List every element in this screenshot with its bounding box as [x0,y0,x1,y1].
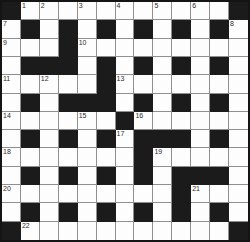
letter-cell[interactable] [153,222,172,240]
block-cell [134,167,153,185]
block-cell [191,167,210,185]
clue-number: 11 [3,75,10,83]
letter-cell[interactable] [153,185,172,203]
letter-cell[interactable] [210,148,229,166]
letter-cell[interactable] [229,148,248,166]
block-cell [134,20,153,38]
letter-cell[interactable] [21,185,40,203]
letter-cell[interactable] [116,20,135,38]
letter-cell[interactable] [21,75,40,93]
letter-cell[interactable]: 10 [78,39,97,57]
letter-cell[interactable] [40,94,59,112]
letter-cell[interactable] [172,112,191,130]
letter-cell[interactable]: 6 [191,2,210,20]
block-cell [172,20,191,38]
letter-cell[interactable]: 1 [21,2,40,20]
clue-number: 12 [41,75,49,83]
block-cell [2,222,21,240]
clue-number: 7 [3,20,7,28]
clue-number: 15 [79,112,87,120]
block-cell [210,203,229,221]
letter-cell[interactable]: 22 [21,222,40,240]
block-cell [21,167,40,185]
letter-cell[interactable] [2,94,21,112]
letter-cell[interactable] [78,222,97,240]
letter-cell[interactable]: 14 [2,112,21,130]
block-cell [97,167,116,185]
letter-cell[interactable] [153,203,172,221]
letter-cell[interactable] [153,94,172,112]
clue-number: 17 [117,130,125,138]
block-cell [229,2,248,20]
letter-cell[interactable] [40,203,59,221]
letter-cell[interactable] [97,148,116,166]
letter-cell[interactable] [134,222,153,240]
letter-cell[interactable] [40,222,59,240]
letter-cell[interactable] [191,148,210,166]
letter-cell[interactable] [134,2,153,20]
clue-number: 1 [22,2,26,10]
letter-cell[interactable] [229,57,248,75]
clue-number: 14 [3,112,11,120]
letter-cell[interactable]: 16 [134,112,153,130]
letter-cell[interactable]: 7 [2,20,21,38]
letter-cell[interactable] [191,39,210,57]
letter-cell[interactable] [229,39,248,57]
block-cell [97,20,116,38]
letter-cell[interactable] [116,94,135,112]
block-cell [172,167,191,185]
letter-cell[interactable] [153,39,172,57]
letter-cell[interactable] [229,94,248,112]
letter-cell[interactable] [229,185,248,203]
letter-cell[interactable] [134,75,153,93]
letter-cell[interactable] [229,203,248,221]
block-cell [2,2,21,20]
block-cell [210,57,229,75]
letter-cell[interactable] [172,2,191,20]
letter-cell[interactable]: 11 [2,75,21,93]
letter-cell[interactable]: 21 [191,185,210,203]
letter-cell[interactable] [97,185,116,203]
clue-number: 5 [154,2,158,10]
letter-cell[interactable] [134,39,153,57]
block-cell [153,130,172,148]
letter-cell[interactable] [116,185,135,203]
block-cell [172,130,191,148]
letter-cell[interactable] [59,2,78,20]
letter-cell[interactable] [229,167,248,185]
letter-cell[interactable]: 2 [40,2,59,20]
letter-cell[interactable] [210,2,229,20]
letter-cell[interactable]: 18 [2,148,21,166]
block-cell [59,20,78,38]
letter-cell[interactable]: 8 [229,20,248,38]
block-cell [59,57,78,75]
clue-number: 4 [117,2,121,10]
letter-cell[interactable] [78,57,97,75]
clue-number: 6 [192,2,196,10]
letter-cell[interactable] [40,130,59,148]
clue-number: 16 [135,112,143,120]
block-cell [229,222,248,240]
block-cell [172,203,191,221]
clue-number: 3 [79,2,83,10]
letter-cell[interactable] [40,20,59,38]
letter-cell[interactable]: 12 [40,75,59,93]
letter-cell[interactable] [78,203,97,221]
letter-cell[interactable] [153,167,172,185]
letter-cell[interactable] [21,148,40,166]
block-cell [78,94,97,112]
letter-cell[interactable]: 5 [153,2,172,20]
block-cell [21,94,40,112]
letter-cell[interactable] [153,20,172,38]
block-cell [40,57,59,75]
letter-cell[interactable] [78,167,97,185]
letter-cell[interactable] [78,130,97,148]
letter-cell[interactable] [40,112,59,130]
letter-cell[interactable] [2,203,21,221]
letter-cell[interactable] [116,148,135,166]
letter-cell[interactable] [134,185,153,203]
letter-cell[interactable] [21,39,40,57]
letter-cell[interactable] [21,112,40,130]
block-cell [59,203,78,221]
letter-cell[interactable] [153,75,172,93]
letter-cell[interactable] [191,57,210,75]
block-cell [134,130,153,148]
block-cell [97,75,116,93]
block-cell [134,148,153,166]
letter-cell[interactable] [97,39,116,57]
letter-cell[interactable] [40,167,59,185]
letter-cell[interactable] [210,222,229,240]
letter-cell[interactable] [78,148,97,166]
letter-cell[interactable] [191,94,210,112]
block-cell [21,20,40,38]
clue-number: 21 [192,185,200,193]
letter-cell[interactable] [116,167,135,185]
block-cell [210,20,229,38]
letter-cell[interactable] [59,112,78,130]
letter-cell[interactable] [2,130,21,148]
block-cell [134,57,153,75]
letter-cell[interactable] [78,75,97,93]
letter-cell[interactable] [2,167,21,185]
block-cell [21,130,40,148]
letter-cell[interactable] [2,57,21,75]
letter-cell[interactable] [172,75,191,93]
block-cell [172,185,191,203]
letter-cell[interactable] [172,222,191,240]
clue-number: 19 [154,148,162,156]
crossword-grid: 12345678910111213141516171819202122 [0,0,250,242]
letter-cell[interactable] [191,112,210,130]
block-cell [210,94,229,112]
letter-cell[interactable] [78,185,97,203]
letter-cell[interactable]: 20 [2,185,21,203]
letter-cell[interactable] [153,112,172,130]
letter-cell[interactable] [210,112,229,130]
letter-cell[interactable] [40,39,59,57]
letter-cell[interactable]: 19 [153,148,172,166]
block-cell [97,203,116,221]
block-cell [97,57,116,75]
letter-cell[interactable] [116,39,135,57]
letter-cell[interactable] [191,222,210,240]
letter-cell[interactable] [191,203,210,221]
letter-cell[interactable] [191,75,210,93]
block-cell [59,94,78,112]
letter-cell[interactable]: 15 [78,112,97,130]
letter-cell[interactable] [40,148,59,166]
letter-cell[interactable] [191,20,210,38]
block-cell [59,167,78,185]
letter-cell[interactable] [191,130,210,148]
block-cell [134,203,153,221]
letter-cell[interactable]: 4 [116,2,135,20]
letter-cell[interactable] [172,148,191,166]
clue-number: 10 [79,39,87,47]
clue-number: 13 [117,75,125,83]
block-cell [59,130,78,148]
clue-number: 8 [230,20,234,28]
clue-number: 22 [22,222,30,230]
letter-cell[interactable] [229,112,248,130]
clue-number: 20 [3,185,11,193]
clue-number: 9 [3,39,7,47]
letter-cell[interactable] [116,57,135,75]
letter-cell[interactable] [229,130,248,148]
block-cell [21,57,40,75]
block-cell [97,94,116,112]
clue-number: 2 [41,2,45,10]
letter-cell[interactable] [210,75,229,93]
letter-cell[interactable] [97,222,116,240]
letter-cell[interactable] [40,185,59,203]
letter-cell[interactable]: 3 [78,2,97,20]
block-cell [21,203,40,221]
letter-cell[interactable] [59,148,78,166]
clue-number: 18 [3,148,11,156]
block-cell [59,39,78,57]
letter-cell[interactable] [172,39,191,57]
letter-cell[interactable]: 9 [2,39,21,57]
block-cell [210,167,229,185]
block-cell [172,94,191,112]
letter-cell[interactable] [210,39,229,57]
letter-cell[interactable]: 17 [116,130,135,148]
letter-cell[interactable] [116,203,135,221]
block-cell [210,130,229,148]
letter-cell[interactable]: 13 [116,75,135,93]
letter-cell[interactable] [59,222,78,240]
block-cell [134,94,153,112]
letter-cell[interactable] [59,75,78,93]
block-cell [116,112,135,130]
letter-cell[interactable] [59,185,78,203]
letter-cell[interactable] [116,222,135,240]
block-cell [97,130,116,148]
letter-cell[interactable] [97,2,116,20]
letter-cell[interactable] [210,185,229,203]
letter-cell[interactable] [153,57,172,75]
letter-cell[interactable] [78,20,97,38]
block-cell [172,57,191,75]
letter-cell[interactable] [97,112,116,130]
letter-cell[interactable] [229,75,248,93]
